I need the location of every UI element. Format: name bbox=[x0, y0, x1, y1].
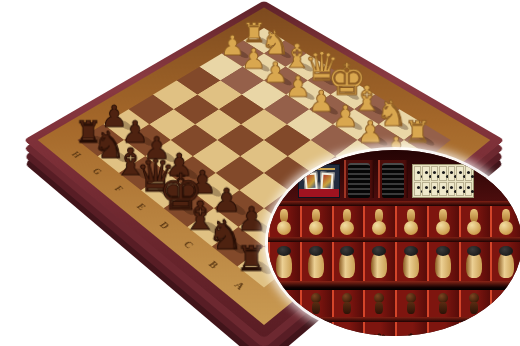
tray-slot bbox=[332, 206, 364, 237]
tray-white-pieces-row bbox=[268, 242, 520, 281]
stored-black-piece: ♝ bbox=[431, 331, 454, 336]
checkers-compartment bbox=[344, 160, 374, 198]
stored-white-pawn bbox=[371, 209, 387, 235]
tray-white-pawns-row bbox=[268, 206, 520, 237]
stored-white-piece-upside-down bbox=[434, 246, 452, 278]
tray-slot bbox=[363, 290, 395, 317]
stored-black-pawn bbox=[436, 293, 450, 315]
stored-white-piece-upside-down bbox=[402, 246, 420, 278]
checkers-compartment bbox=[378, 160, 408, 198]
tray-slot bbox=[490, 242, 520, 281]
checkers-stack-icon bbox=[348, 163, 370, 198]
stored-white-pawn bbox=[339, 209, 355, 235]
tray-slot: ♝ bbox=[332, 322, 364, 336]
stored-white-piece-upside-down bbox=[275, 246, 293, 278]
stored-black-piece: ♝ bbox=[336, 331, 359, 336]
stored-black-piece: ♞ bbox=[304, 331, 327, 336]
card-box-red-band bbox=[299, 189, 339, 197]
tray-slot bbox=[363, 206, 395, 237]
stored-black-pawn bbox=[372, 293, 386, 315]
stored-black-pawn bbox=[340, 293, 354, 315]
tray-slot bbox=[332, 290, 364, 317]
black-rook[interactable]: ♜ bbox=[233, 242, 271, 276]
tray-slot bbox=[300, 242, 332, 281]
chess-set-photo: ♜♞♝♛♚♝♞♜♟♟♟♟♟♟♟♟♟♟♟♟♟♟♟♟♜♞♝♛♚♝♞♜ HGFEDCB… bbox=[0, 0, 520, 346]
storage-tray-inset: ♜♞♝♛♚♝♞♜ bbox=[268, 150, 520, 336]
tray-slot bbox=[490, 290, 520, 317]
tray-slot: ♚ bbox=[395, 322, 427, 336]
stored-white-piece-upside-down bbox=[370, 246, 388, 278]
stored-black-pawn bbox=[467, 293, 481, 315]
stored-white-pawn bbox=[403, 209, 419, 235]
stored-black-piece: ♞ bbox=[463, 331, 486, 336]
tray-slot bbox=[300, 206, 332, 237]
tray-rail bbox=[268, 281, 520, 290]
stored-white-pawn bbox=[276, 209, 292, 235]
stored-white-piece-upside-down bbox=[465, 246, 483, 278]
tray-slot bbox=[459, 290, 491, 317]
tray-slot bbox=[459, 242, 491, 281]
stored-white-pawn bbox=[435, 209, 451, 235]
tray-slot bbox=[363, 242, 395, 281]
stored-white-piece-upside-down bbox=[338, 246, 356, 278]
tray-slot bbox=[427, 242, 459, 281]
tray-slot: ♛ bbox=[363, 322, 395, 336]
stored-black-piece: ♜ bbox=[494, 331, 517, 336]
tray-slot: ♝ bbox=[427, 322, 459, 336]
checkers-stack-icon bbox=[382, 163, 404, 198]
dominoes-set bbox=[412, 164, 474, 198]
stored-white-piece-upside-down bbox=[497, 246, 515, 278]
tray-slot bbox=[395, 290, 427, 317]
tray-slot bbox=[427, 206, 459, 237]
tray-slot bbox=[459, 206, 491, 237]
stored-black-pawn bbox=[499, 293, 513, 315]
tray-slot bbox=[427, 290, 459, 317]
tray-slot bbox=[332, 242, 364, 281]
tray-slot: ♜ bbox=[490, 322, 520, 336]
stored-white-piece-upside-down bbox=[307, 246, 325, 278]
tray-slot: ♞ bbox=[459, 322, 491, 336]
tray-slot bbox=[395, 242, 427, 281]
stored-white-pawn bbox=[466, 209, 482, 235]
stored-black-piece: ♚ bbox=[399, 331, 422, 336]
stored-white-pawn bbox=[308, 209, 324, 235]
stored-black-piece: ♛ bbox=[367, 331, 390, 336]
stored-black-pawn bbox=[309, 293, 323, 315]
tray-slot bbox=[490, 206, 520, 237]
stored-black-pawn bbox=[404, 293, 418, 315]
tray-slot bbox=[395, 206, 427, 237]
stored-white-pawn bbox=[498, 209, 514, 235]
